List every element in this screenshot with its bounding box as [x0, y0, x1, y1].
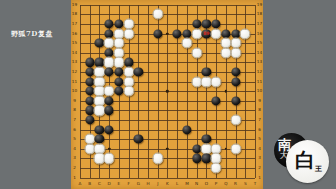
row-label-left: 14 [72, 51, 77, 55]
white-stone[interactable] [230, 47, 241, 58]
black-stone[interactable] [85, 115, 94, 124]
white-stone[interactable] [113, 57, 124, 68]
black-stone[interactable] [231, 96, 240, 105]
black-stone[interactable] [105, 106, 114, 115]
row-label-right: 19 [257, 3, 262, 7]
row-label-right: 10 [257, 89, 262, 93]
white-stone[interactable] [240, 28, 251, 39]
row-label-left: 2 [73, 166, 76, 170]
row-label-right: 9 [258, 99, 261, 103]
row-label-right: 18 [257, 12, 262, 16]
row-label-right: 16 [257, 31, 262, 35]
col-label-bottom: S [244, 181, 247, 185]
row-label-right: 11 [257, 79, 262, 83]
col-label-bottom: Q [224, 181, 227, 185]
grid-hline [80, 168, 255, 169]
col-label-bottom: H [146, 181, 149, 185]
grid-hline [80, 178, 255, 179]
row-label-left: 13 [72, 60, 77, 64]
row-label-right: 1 [258, 176, 261, 180]
black-stone[interactable] [105, 125, 114, 134]
row-label-left: 12 [72, 70, 77, 74]
black-stone[interactable] [85, 58, 94, 67]
white-stone[interactable] [191, 28, 202, 39]
row-label-left: 1 [73, 176, 76, 180]
col-label-bottom: P [215, 181, 218, 185]
row-label-right: 4 [258, 147, 261, 151]
grid-hline [80, 139, 255, 140]
black-stone[interactable] [153, 29, 162, 38]
row-label-left: 17 [72, 22, 77, 26]
black-stone[interactable] [192, 154, 201, 163]
white-stone[interactable] [191, 47, 202, 58]
white-stone[interactable] [152, 153, 163, 164]
row-label-left: 3 [73, 156, 76, 160]
white-stone[interactable] [104, 153, 115, 164]
row-label-left: 15 [72, 41, 77, 45]
row-label-right: 5 [258, 137, 261, 141]
channel-logo: 南 大 白 王 [263, 0, 336, 189]
row-label-right: 7 [258, 118, 261, 122]
col-label-bottom: T [254, 181, 257, 185]
logo-white-big-text: 白 [295, 147, 315, 174]
col-label-bottom: B [88, 181, 91, 185]
black-stone[interactable] [231, 67, 240, 76]
row-label-left: 7 [73, 118, 76, 122]
row-label-right: 13 [257, 60, 262, 64]
col-label-bottom: O [205, 181, 208, 185]
col-label-bottom: M [185, 181, 189, 185]
last-move-number: 89 [203, 31, 209, 36]
col-label-bottom: N [195, 181, 198, 185]
row-label-left: 19 [72, 3, 77, 7]
black-stone[interactable] [105, 96, 114, 105]
col-label-bottom: A [79, 181, 82, 185]
white-stone[interactable] [211, 28, 222, 39]
white-stone[interactable] [152, 9, 163, 20]
logo-white-small-text: 王 [315, 164, 322, 174]
white-stone[interactable] [211, 76, 222, 87]
col-label-bottom: C [98, 181, 101, 185]
white-stone[interactable] [104, 86, 115, 97]
row-label-right: 6 [258, 128, 261, 132]
black-stone[interactable] [134, 67, 143, 76]
app-window: 野狐7D复盘 191918181717161615151414131312121… [0, 0, 336, 189]
black-stone[interactable] [173, 29, 182, 38]
col-label-bottom: J [157, 181, 158, 185]
white-stone[interactable] [230, 143, 241, 154]
col-label-bottom: E [118, 181, 121, 185]
col-label-bottom: K [166, 181, 169, 185]
row-label-left: 16 [72, 31, 77, 35]
black-stone[interactable] [202, 19, 211, 28]
col-label-bottom: G [137, 181, 140, 185]
white-stone[interactable] [211, 162, 222, 173]
row-label-left: 18 [72, 12, 77, 16]
row-label-left: 5 [73, 137, 76, 141]
black-stone[interactable] [231, 77, 240, 86]
black-stone[interactable] [182, 125, 191, 134]
row-label-right: 2 [258, 166, 261, 170]
row-label-right: 15 [257, 41, 262, 45]
row-label-right: 3 [258, 156, 261, 160]
black-stone[interactable] [95, 125, 104, 134]
white-stone[interactable] [123, 28, 134, 39]
black-stone[interactable] [212, 96, 221, 105]
logo-white-stone: 白 王 [286, 140, 329, 183]
row-label-left: 8 [73, 108, 76, 112]
white-stone[interactable] [230, 114, 241, 125]
review-caption: 野狐7D复盘 [11, 29, 53, 39]
row-label-left: 6 [73, 128, 76, 132]
black-stone[interactable] [105, 19, 114, 28]
black-stone[interactable] [134, 135, 143, 144]
col-label-bottom: F [127, 181, 129, 185]
row-label-right: 17 [257, 22, 262, 26]
black-stone[interactable] [105, 67, 114, 76]
col-label-bottom: R [234, 181, 237, 185]
row-label-left: 11 [72, 79, 77, 83]
row-label-right: 8 [258, 108, 261, 112]
go-board[interactable]: 1919181817171616151514141313121211111010… [71, 0, 263, 189]
white-stone[interactable] [123, 86, 134, 97]
grid-vline [255, 5, 256, 178]
row-label-left: 4 [73, 147, 76, 151]
white-stone[interactable] [181, 38, 192, 49]
row-label-left: 9 [73, 99, 76, 103]
row-label-right: 14 [257, 51, 262, 55]
row-label-right: 12 [257, 70, 262, 74]
grid-hline [80, 120, 255, 121]
white-stone[interactable] [94, 105, 105, 116]
row-label-left: 10 [72, 89, 77, 93]
col-label-bottom: D [108, 181, 111, 185]
col-label-bottom: L [176, 181, 178, 185]
